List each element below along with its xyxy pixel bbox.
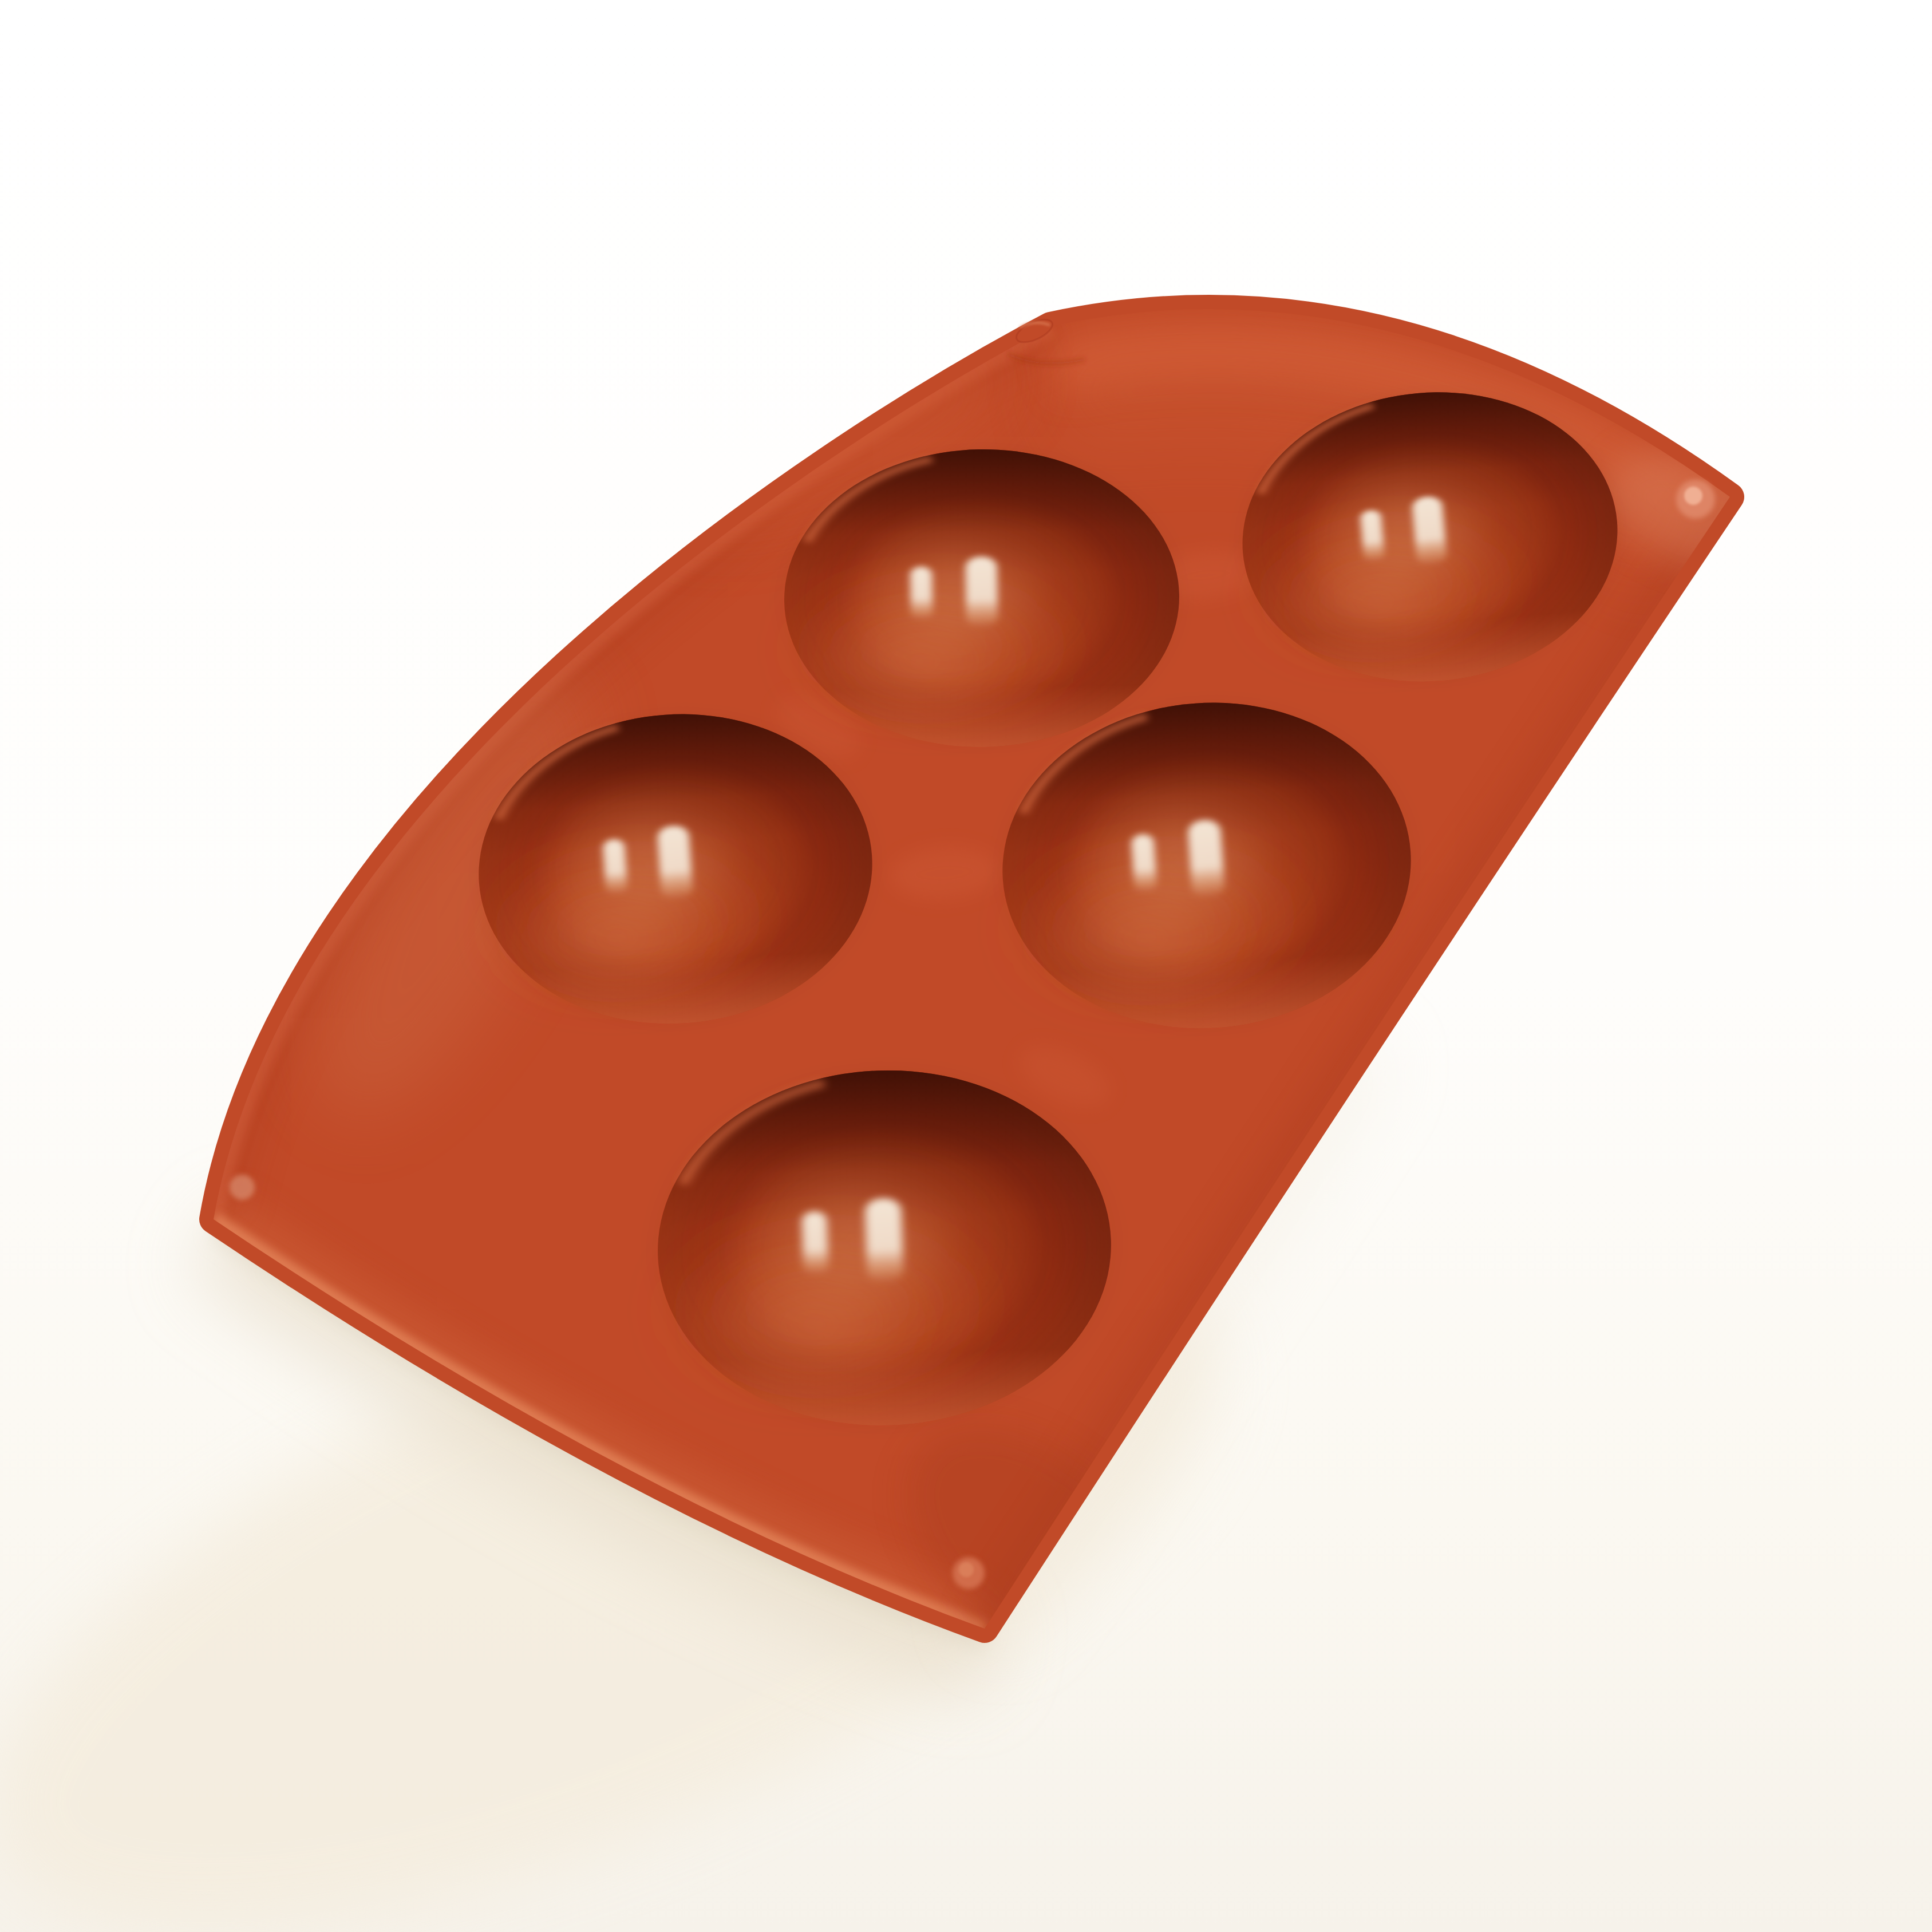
corner-dimple-bottom: [953, 1557, 985, 1589]
photo-canvas: [0, 0, 1932, 1932]
corner-dimple-left: [230, 1175, 255, 1200]
corner-dimple-top-right: [1676, 480, 1715, 519]
product-photo: [0, 0, 1932, 1932]
